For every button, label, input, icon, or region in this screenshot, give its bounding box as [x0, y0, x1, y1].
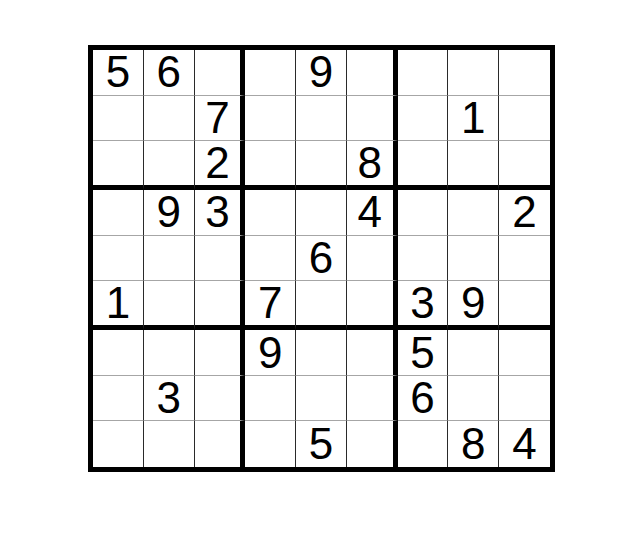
cell-r8c6[interactable] [347, 376, 398, 422]
cell-r6c3[interactable] [195, 281, 246, 330]
cell-r6c4[interactable]: 7 [245, 281, 296, 330]
cell-r1c1[interactable]: 5 [93, 50, 144, 96]
cell-r2c2[interactable] [144, 96, 195, 142]
cell-r6c7[interactable]: 3 [398, 281, 449, 330]
cell-r7c4[interactable]: 9 [245, 330, 296, 376]
cell-r1c6[interactable] [347, 50, 398, 96]
cell-r9c5[interactable]: 5 [296, 421, 347, 467]
cell-r4c3[interactable]: 3 [195, 190, 246, 236]
cell-r8c5[interactable] [296, 376, 347, 422]
cell-r1c2[interactable]: 6 [144, 50, 195, 96]
cell-r6c1[interactable]: 1 [93, 281, 144, 330]
cell-r9c9[interactable]: 4 [499, 421, 550, 467]
cell-r8c1[interactable] [93, 376, 144, 422]
cell-r3c1[interactable] [93, 141, 144, 190]
cell-r5c9[interactable] [499, 236, 550, 282]
cell-r3c2[interactable] [144, 141, 195, 190]
sudoku-board: 56971289342617399536584 [88, 45, 555, 472]
cell-r3c5[interactable] [296, 141, 347, 190]
cell-r6c8[interactable]: 9 [448, 281, 499, 330]
cell-r9c3[interactable] [195, 421, 246, 467]
cell-r4c4[interactable] [245, 190, 296, 236]
cell-r7c1[interactable] [93, 330, 144, 376]
cell-r3c4[interactable] [245, 141, 296, 190]
cell-r3c3[interactable]: 2 [195, 141, 246, 190]
cell-r9c7[interactable] [398, 421, 449, 467]
cell-r8c7[interactable]: 6 [398, 376, 449, 422]
cell-r4c9[interactable]: 2 [499, 190, 550, 236]
cell-r1c7[interactable] [398, 50, 449, 96]
cell-r2c1[interactable] [93, 96, 144, 142]
cell-r6c9[interactable] [499, 281, 550, 330]
cell-r2c4[interactable] [245, 96, 296, 142]
cell-r1c8[interactable] [448, 50, 499, 96]
cell-r8c4[interactable] [245, 376, 296, 422]
cell-r2c3[interactable]: 7 [195, 96, 246, 142]
cell-r5c6[interactable] [347, 236, 398, 282]
sudoku-grid: 56971289342617399536584 [93, 50, 550, 467]
cell-r8c8[interactable] [448, 376, 499, 422]
cell-r7c6[interactable] [347, 330, 398, 376]
cell-r9c1[interactable] [93, 421, 144, 467]
cell-r9c2[interactable] [144, 421, 195, 467]
cell-r4c8[interactable] [448, 190, 499, 236]
cell-r6c2[interactable] [144, 281, 195, 330]
cell-r3c6[interactable]: 8 [347, 141, 398, 190]
cell-r4c5[interactable] [296, 190, 347, 236]
cell-r2c6[interactable] [347, 96, 398, 142]
cell-r4c1[interactable] [93, 190, 144, 236]
cell-r2c5[interactable] [296, 96, 347, 142]
cell-r7c8[interactable] [448, 330, 499, 376]
cell-r9c4[interactable] [245, 421, 296, 467]
cell-r5c4[interactable] [245, 236, 296, 282]
cell-r3c7[interactable] [398, 141, 449, 190]
cell-r4c7[interactable] [398, 190, 449, 236]
cell-r7c2[interactable] [144, 330, 195, 376]
cell-r4c2[interactable]: 9 [144, 190, 195, 236]
cell-r1c9[interactable] [499, 50, 550, 96]
cell-r3c8[interactable] [448, 141, 499, 190]
cell-r5c8[interactable] [448, 236, 499, 282]
cell-r4c6[interactable]: 4 [347, 190, 398, 236]
cell-r8c3[interactable] [195, 376, 246, 422]
cell-r9c8[interactable]: 8 [448, 421, 499, 467]
cell-r8c2[interactable]: 3 [144, 376, 195, 422]
cell-r6c6[interactable] [347, 281, 398, 330]
cell-r5c7[interactable] [398, 236, 449, 282]
cell-r1c3[interactable] [195, 50, 246, 96]
cell-r1c5[interactable]: 9 [296, 50, 347, 96]
cell-r1c4[interactable] [245, 50, 296, 96]
cell-r8c9[interactable] [499, 376, 550, 422]
cell-r7c3[interactable] [195, 330, 246, 376]
cell-r7c7[interactable]: 5 [398, 330, 449, 376]
cell-r5c5[interactable]: 6 [296, 236, 347, 282]
cell-r7c9[interactable] [499, 330, 550, 376]
cell-r6c5[interactable] [296, 281, 347, 330]
cell-r2c8[interactable]: 1 [448, 96, 499, 142]
cell-r5c3[interactable] [195, 236, 246, 282]
cell-r5c1[interactable] [93, 236, 144, 282]
cell-r2c7[interactable] [398, 96, 449, 142]
cell-r7c5[interactable] [296, 330, 347, 376]
cell-r2c9[interactable] [499, 96, 550, 142]
cell-r5c2[interactable] [144, 236, 195, 282]
cell-r3c9[interactable] [499, 141, 550, 190]
cell-r9c6[interactable] [347, 421, 398, 467]
